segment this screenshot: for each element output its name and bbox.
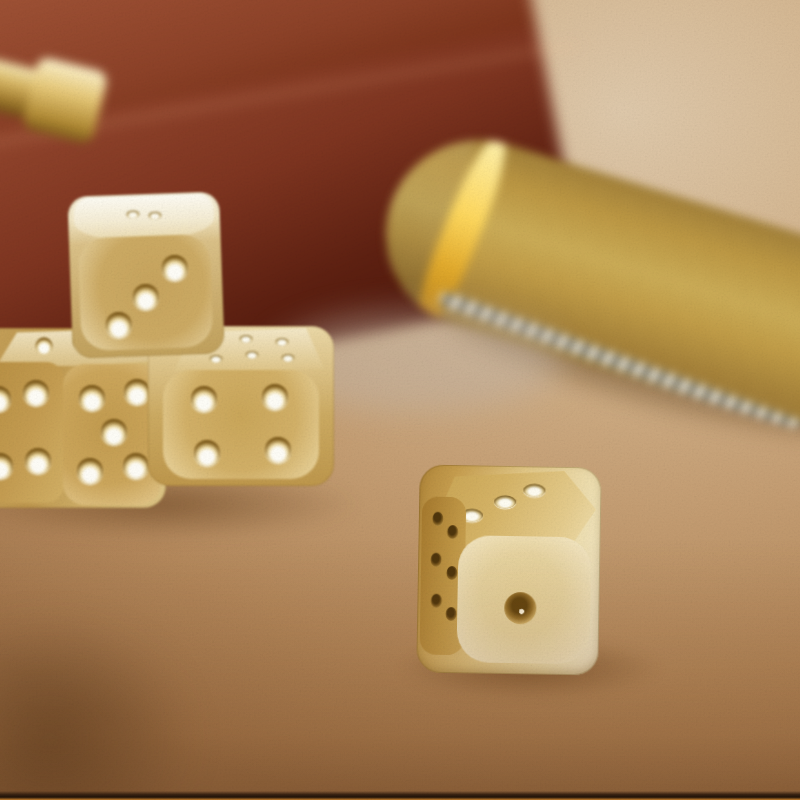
die-pip — [447, 525, 458, 539]
die-pip — [276, 338, 289, 346]
die-pip — [0, 386, 11, 412]
die-pip — [0, 453, 13, 479]
die-pip — [101, 419, 127, 445]
die-front-face-three — [78, 234, 214, 352]
die-pip — [148, 212, 161, 220]
die-pip — [36, 338, 53, 355]
die-pip — [162, 254, 189, 281]
die-pip — [282, 354, 295, 362]
leather-edge-line — [0, 791, 800, 800]
die-pip — [191, 386, 217, 412]
die-pip — [123, 453, 149, 479]
die-pip — [25, 448, 51, 474]
die-pip — [246, 351, 259, 359]
die-pip — [262, 384, 288, 410]
die-pip — [126, 210, 139, 218]
die-left-face-four — [0, 362, 64, 503]
die-front-face-four — [163, 370, 319, 479]
die-right-face-five — [63, 364, 161, 505]
die-pip — [77, 458, 103, 484]
die-pip — [194, 440, 220, 466]
bottom-vignette — [0, 540, 800, 800]
die-pip — [210, 355, 223, 363]
die-pip — [132, 284, 159, 311]
die-pip — [494, 495, 516, 508]
die-stack-top — [67, 191, 225, 358]
die-pip — [23, 380, 49, 406]
photo-of-brass-dice — [0, 0, 800, 800]
die-pip — [240, 335, 253, 343]
die-pip — [79, 385, 105, 411]
die-pip — [523, 483, 545, 496]
die-pip — [124, 379, 150, 405]
die-pip — [432, 512, 443, 526]
die-pip — [106, 312, 133, 339]
die-pip — [265, 437, 291, 463]
